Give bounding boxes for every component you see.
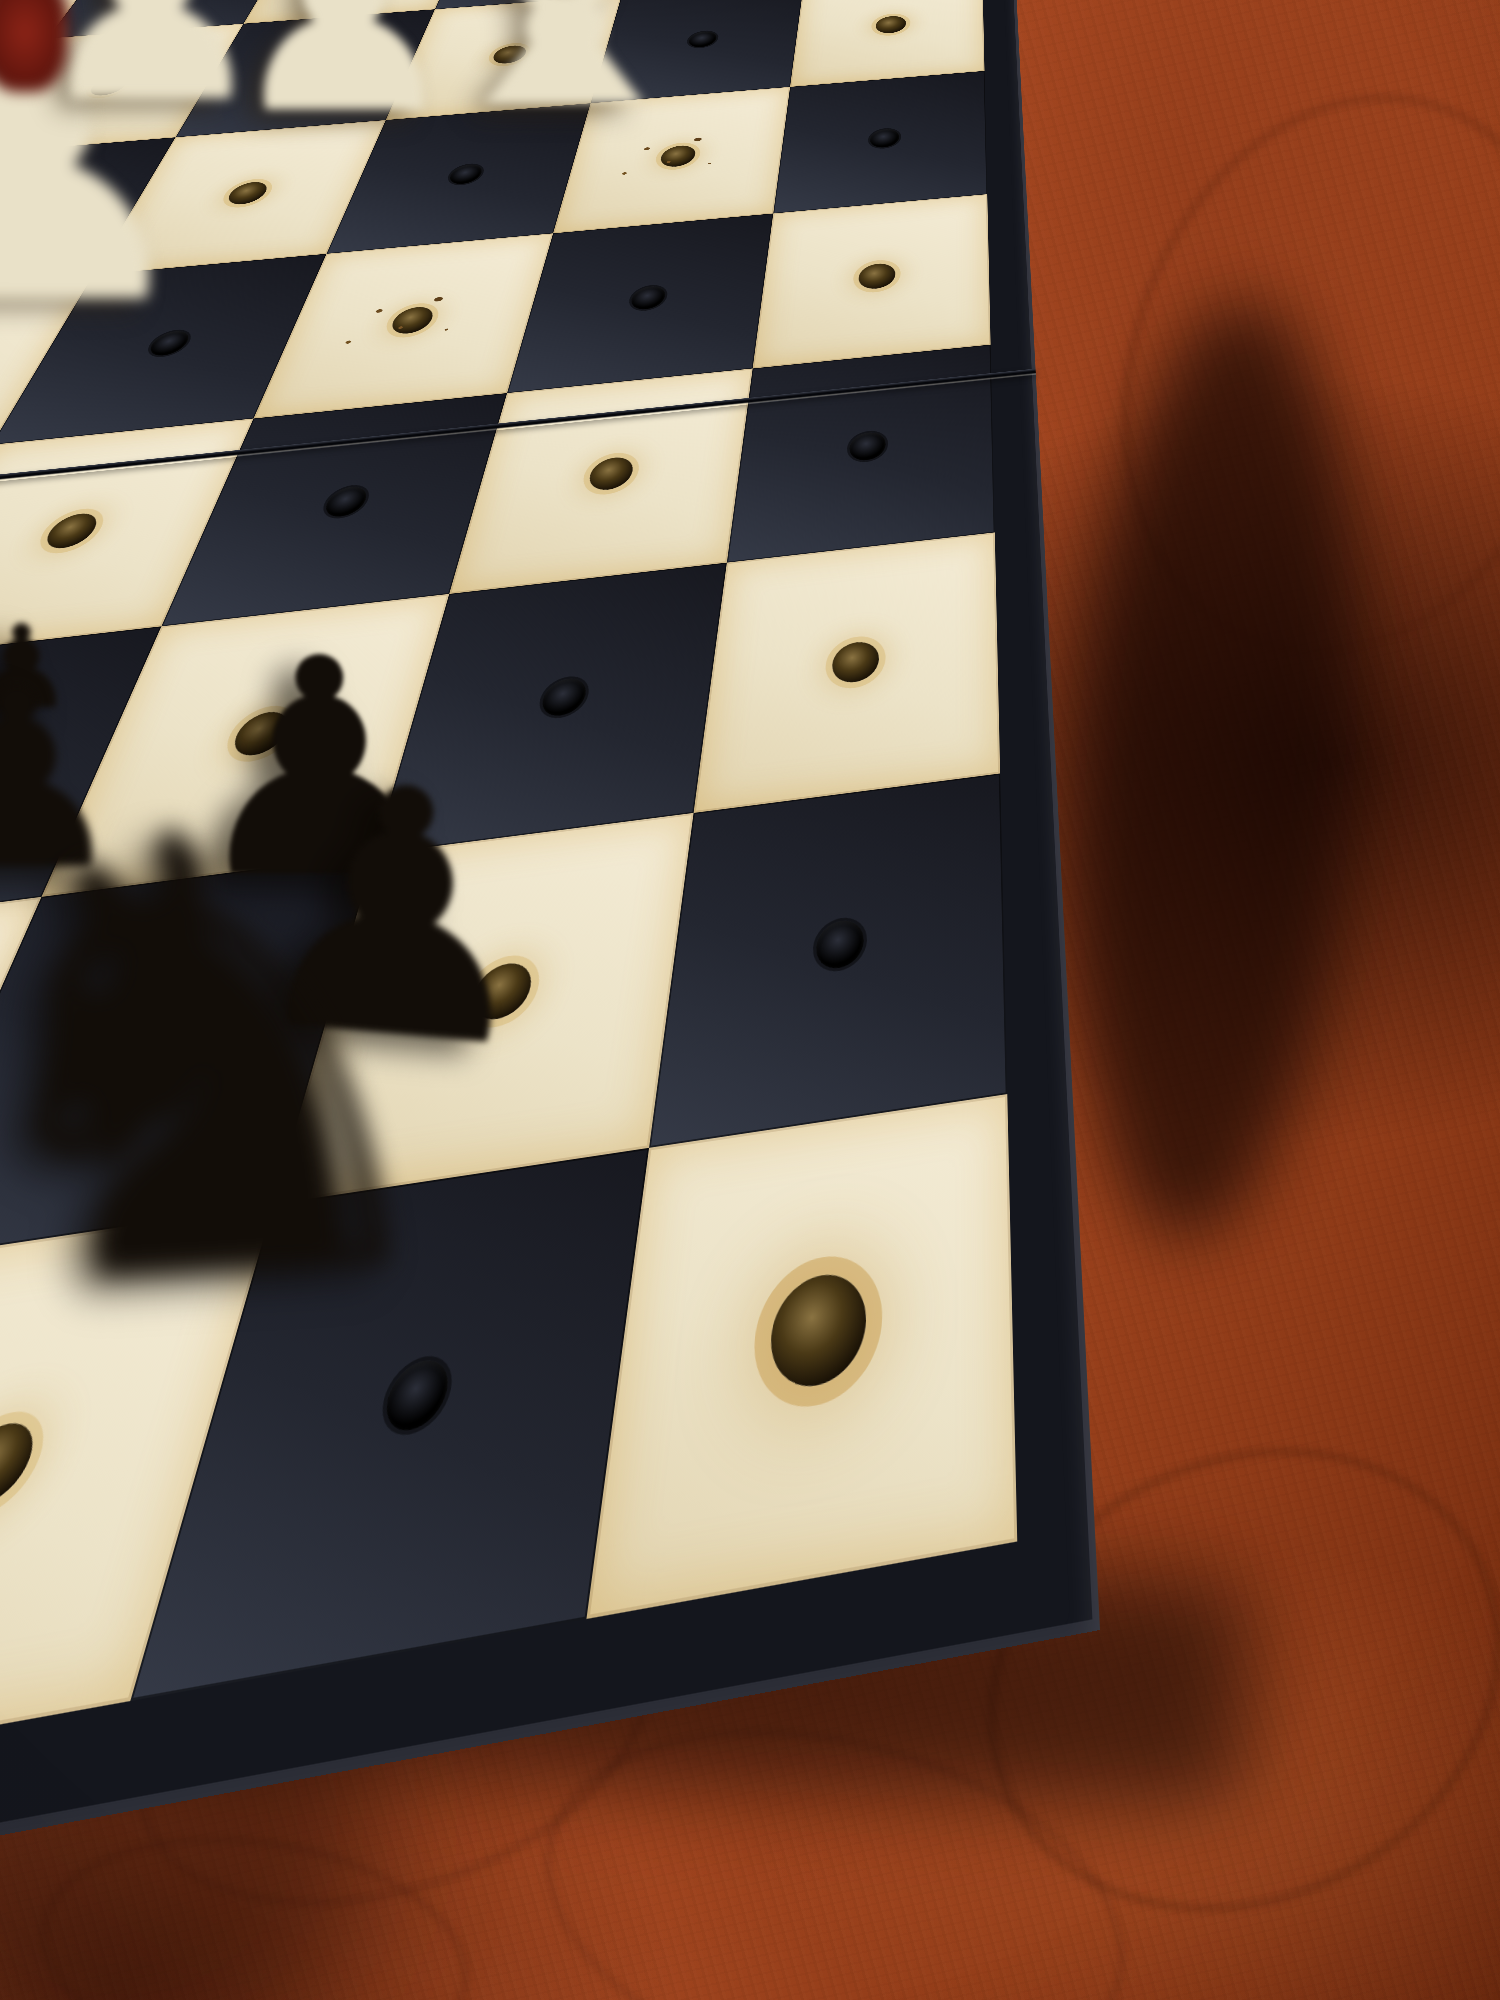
peg-hole (875, 15, 906, 34)
peg-hole (767, 1268, 868, 1394)
peg-hole (848, 431, 886, 462)
peg-hole (869, 128, 899, 148)
scene: ♟♟♟♝♟♟♟♟♞ (0, 0, 1500, 2000)
black-knight-g1[interactable]: ♞ (0, 741, 492, 1379)
peg-hole (831, 640, 880, 685)
peg-hole (40, 511, 103, 550)
peg-hole (321, 485, 371, 518)
white-bishop-e7[interactable]: ♝ (414, 0, 715, 150)
peg-hole (224, 181, 271, 206)
peg-hole (629, 285, 667, 311)
peg-hole (815, 918, 865, 972)
square-h5[interactable] (753, 194, 991, 368)
square-h6[interactable] (773, 71, 987, 214)
peg-hole (539, 676, 590, 718)
peg-hole (388, 305, 437, 335)
peg-hole (858, 262, 896, 290)
peg-hole (0, 1418, 44, 1512)
square-h3[interactable] (694, 532, 1001, 812)
peg-hole (586, 455, 635, 492)
square-h2[interactable] (649, 773, 1007, 1147)
square-h1[interactable] (586, 1094, 1017, 1619)
